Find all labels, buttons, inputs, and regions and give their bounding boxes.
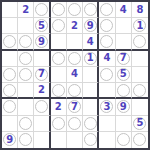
cell-r8c1[interactable] bbox=[2, 116, 18, 132]
cell-r5c6[interactable] bbox=[83, 67, 99, 83]
cell-r8c6[interactable] bbox=[83, 116, 99, 132]
odd-circle-marker bbox=[19, 52, 32, 65]
cell-r1c1[interactable] bbox=[2, 2, 18, 18]
odd-circle-marker: 7 bbox=[68, 100, 81, 113]
cell-r3c5[interactable] bbox=[67, 34, 83, 50]
odd-circle-marker: 9 bbox=[117, 100, 130, 113]
odd-circle-marker: 9 bbox=[84, 19, 97, 32]
given-digit: 4 bbox=[103, 53, 110, 63]
odd-circle-marker: 5 bbox=[133, 117, 146, 130]
cell-r8c2[interactable] bbox=[18, 116, 34, 132]
cell-r9c9[interactable] bbox=[132, 132, 148, 148]
cell-r2c6[interactable]: 9 bbox=[83, 18, 99, 34]
cell-r3c6[interactable]: 4 bbox=[83, 34, 99, 50]
odd-circle-marker: 1 bbox=[84, 52, 97, 65]
given-digit: 9 bbox=[6, 135, 13, 145]
cell-r4c7[interactable]: 4 bbox=[99, 51, 115, 67]
cell-r9c5[interactable] bbox=[67, 132, 83, 148]
odd-circle-marker bbox=[3, 68, 16, 81]
cell-r2c4[interactable] bbox=[51, 18, 67, 34]
cell-r3c9[interactable] bbox=[132, 34, 148, 50]
cell-r6c6[interactable] bbox=[83, 83, 99, 99]
given-digit: 7 bbox=[71, 102, 78, 112]
cell-r3c2[interactable] bbox=[18, 34, 34, 50]
odd-circle-marker: 9 bbox=[35, 35, 48, 48]
cell-r4c4[interactable] bbox=[51, 51, 67, 67]
cell-r7c1[interactable] bbox=[2, 99, 18, 115]
given-digit: 7 bbox=[38, 69, 45, 79]
given-digit: 5 bbox=[38, 21, 45, 31]
given-digit: 2 bbox=[55, 102, 62, 112]
odd-circle-marker bbox=[100, 19, 113, 32]
odd-circle-marker bbox=[52, 117, 65, 130]
cell-r1c9[interactable]: 8 bbox=[132, 2, 148, 18]
cell-r6c8[interactable] bbox=[116, 83, 132, 99]
cell-r7c2[interactable] bbox=[18, 99, 34, 115]
odd-circle-marker bbox=[52, 84, 65, 97]
cell-r6c1[interactable] bbox=[2, 83, 18, 99]
odd-circle-marker bbox=[117, 84, 130, 97]
odd-circle-marker bbox=[19, 68, 32, 81]
odd-circle-marker: 5 bbox=[117, 68, 130, 81]
sudoku-board: 2485291941477452273959 bbox=[0, 0, 150, 150]
cell-r1c3[interactable] bbox=[34, 2, 50, 18]
odd-circle-marker bbox=[133, 35, 146, 48]
cell-r7c8[interactable]: 9 bbox=[116, 99, 132, 115]
given-digit: 2 bbox=[71, 21, 78, 31]
cell-r9c2[interactable] bbox=[18, 132, 34, 148]
cell-r2c7[interactable] bbox=[99, 18, 115, 34]
odd-circle-marker bbox=[68, 84, 81, 97]
cell-r1c4[interactable] bbox=[51, 2, 67, 18]
cell-r2c9[interactable]: 1 bbox=[132, 18, 148, 34]
cell-r8c8[interactable] bbox=[116, 116, 132, 132]
cell-r8c5[interactable] bbox=[67, 116, 83, 132]
cell-r2c8[interactable] bbox=[116, 18, 132, 34]
cell-r1c6[interactable] bbox=[83, 2, 99, 18]
cell-r6c2[interactable] bbox=[18, 83, 34, 99]
cell-r9c8[interactable] bbox=[116, 132, 132, 148]
given-digit: 3 bbox=[103, 102, 110, 112]
given-digit: 4 bbox=[87, 37, 94, 47]
cell-r4c9[interactable] bbox=[132, 51, 148, 67]
given-digit: 1 bbox=[87, 53, 94, 63]
cell-r1c7[interactable] bbox=[99, 2, 115, 18]
odd-circle-marker bbox=[19, 117, 32, 130]
odd-circle-marker bbox=[52, 3, 65, 16]
cell-r5c4[interactable] bbox=[51, 67, 67, 83]
given-digit: 7 bbox=[120, 53, 127, 63]
odd-circle-marker bbox=[3, 35, 16, 48]
odd-circle-marker bbox=[133, 84, 146, 97]
cell-r5c2[interactable] bbox=[18, 67, 34, 83]
cell-r2c3[interactable]: 5 bbox=[34, 18, 50, 34]
given-digit: 2 bbox=[22, 5, 29, 15]
cell-r7c9[interactable] bbox=[132, 99, 148, 115]
cell-r8c4[interactable] bbox=[51, 116, 67, 132]
odd-circle-marker bbox=[68, 52, 81, 65]
cell-r6c9[interactable] bbox=[132, 83, 148, 99]
cell-r4c8[interactable]: 7 bbox=[116, 51, 132, 67]
given-digit: 9 bbox=[38, 37, 45, 47]
odd-circle-marker: 5 bbox=[35, 19, 48, 32]
given-digit: 4 bbox=[71, 69, 78, 79]
odd-circle-marker bbox=[19, 133, 32, 146]
cell-r4c2[interactable] bbox=[18, 51, 34, 67]
cell-r3c7[interactable] bbox=[99, 34, 115, 50]
cell-r5c8[interactable]: 5 bbox=[116, 67, 132, 83]
odd-circle-marker bbox=[3, 100, 16, 113]
cell-r7c7[interactable]: 3 bbox=[99, 99, 115, 115]
odd-circle-marker: 7 bbox=[35, 68, 48, 81]
cell-r1c8[interactable]: 4 bbox=[116, 2, 132, 18]
odd-circle-marker bbox=[35, 100, 48, 113]
odd-circle-marker: 1 bbox=[133, 19, 146, 32]
odd-circle-marker bbox=[100, 35, 113, 48]
cell-r6c7[interactable] bbox=[99, 83, 115, 99]
cell-r9c4[interactable] bbox=[51, 132, 67, 148]
cell-r9c6[interactable] bbox=[83, 132, 99, 148]
cell-r8c7[interactable] bbox=[99, 116, 115, 132]
odd-circle-marker bbox=[100, 68, 113, 81]
odd-circle-marker bbox=[68, 3, 81, 16]
odd-circle-marker bbox=[19, 35, 32, 48]
odd-circle-marker bbox=[68, 117, 81, 130]
cell-r3c3[interactable]: 9 bbox=[34, 34, 50, 50]
cell-r3c1[interactable] bbox=[2, 34, 18, 50]
odd-circle-marker bbox=[100, 3, 113, 16]
odd-circle-marker: 9 bbox=[3, 133, 16, 146]
cell-r5c5[interactable]: 4 bbox=[67, 67, 83, 83]
odd-circle-marker bbox=[35, 3, 48, 16]
odd-circle-marker bbox=[84, 117, 97, 130]
odd-circle-marker bbox=[84, 3, 97, 16]
cell-r3c4[interactable] bbox=[51, 34, 67, 50]
odd-circle-marker bbox=[117, 133, 130, 146]
odd-circle-marker: 3 bbox=[100, 100, 113, 113]
cell-r7c4[interactable]: 2 bbox=[51, 99, 67, 115]
odd-circle-marker bbox=[84, 133, 97, 146]
cell-r4c6[interactable]: 1 bbox=[83, 51, 99, 67]
cell-r1c2[interactable]: 2 bbox=[18, 2, 34, 18]
odd-circle-marker bbox=[52, 19, 65, 32]
cell-r8c3[interactable] bbox=[34, 116, 50, 132]
given-digit: 4 bbox=[120, 5, 127, 15]
cell-r6c3[interactable]: 2 bbox=[34, 83, 50, 99]
cell-r7c5[interactable]: 7 bbox=[67, 99, 83, 115]
cell-r5c9[interactable] bbox=[132, 67, 148, 83]
odd-circle-marker bbox=[3, 84, 16, 97]
odd-circle-marker bbox=[52, 52, 65, 65]
given-digit: 2 bbox=[38, 85, 45, 95]
cell-r1c5[interactable] bbox=[67, 2, 83, 18]
cell-r9c1[interactable]: 9 bbox=[2, 132, 18, 148]
odd-circle-marker: 7 bbox=[117, 52, 130, 65]
given-digit: 8 bbox=[136, 5, 143, 15]
cell-r7c3[interactable] bbox=[34, 99, 50, 115]
odd-circle-marker bbox=[133, 133, 146, 146]
cell-r5c7[interactable] bbox=[99, 67, 115, 83]
given-digit: 5 bbox=[136, 118, 143, 128]
given-digit: 9 bbox=[87, 21, 94, 31]
given-digit: 9 bbox=[120, 102, 127, 112]
given-digit: 5 bbox=[120, 69, 127, 79]
cell-r5c3[interactable]: 7 bbox=[34, 67, 50, 83]
cell-r9c7[interactable] bbox=[99, 132, 115, 148]
cell-r7c6[interactable] bbox=[83, 99, 99, 115]
cell-r4c1[interactable] bbox=[2, 51, 18, 67]
cell-r5c1[interactable] bbox=[2, 67, 18, 83]
cell-r4c5[interactable] bbox=[67, 51, 83, 67]
cell-r2c2[interactable] bbox=[18, 18, 34, 34]
cell-r4c3[interactable] bbox=[34, 51, 50, 67]
cell-r8c9[interactable]: 5 bbox=[132, 116, 148, 132]
cell-r6c5[interactable] bbox=[67, 83, 83, 99]
cell-r9c3[interactable] bbox=[34, 132, 50, 148]
given-digit: 1 bbox=[136, 21, 143, 31]
cell-r3c8[interactable] bbox=[116, 34, 132, 50]
cell-r2c5[interactable]: 2 bbox=[67, 18, 83, 34]
cell-r2c1[interactable] bbox=[2, 18, 18, 34]
cell-r6c4[interactable] bbox=[51, 83, 67, 99]
